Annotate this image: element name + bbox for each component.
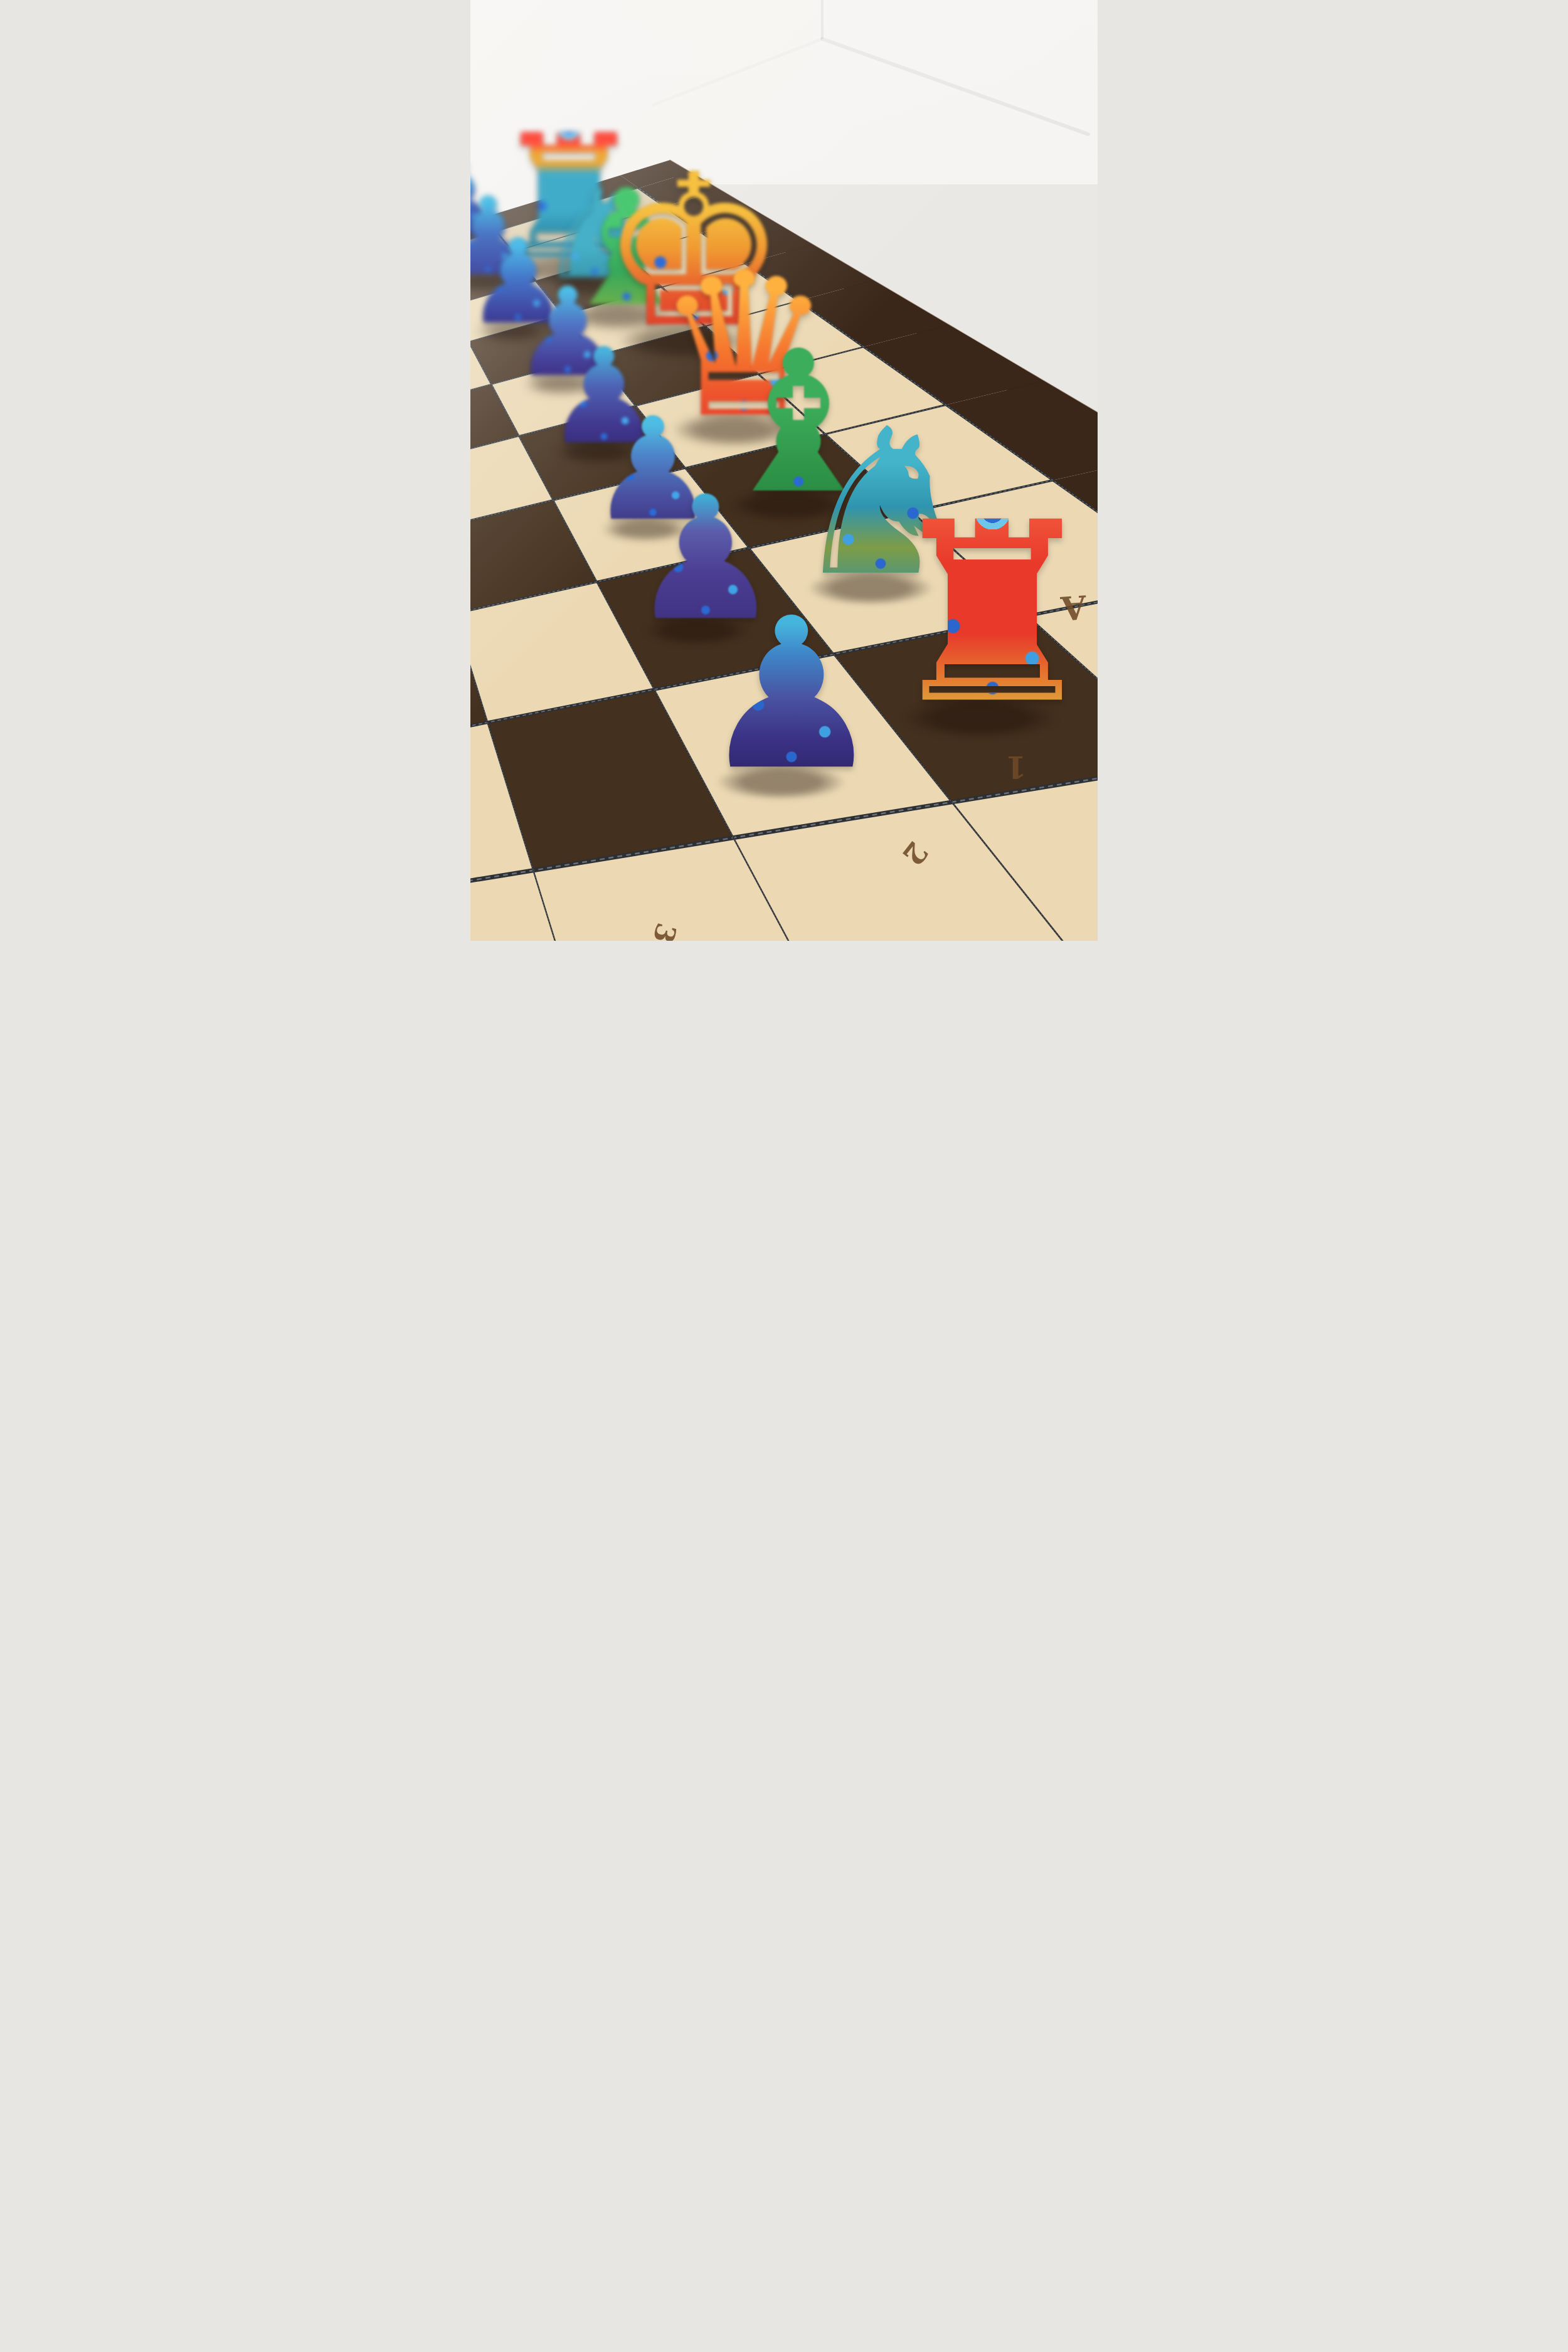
photo-stage: A123 ♟♜♟♞♝♟♚♟♛♟♝♟♞♟♜♟ [470, 0, 1098, 941]
pieces-layer: ♟♜♟♞♝♟♚♟♛♟♝♟♞♟♜♟ [470, 0, 1098, 941]
piece-white-rook-a1[interactable]: ♜ [869, 490, 1098, 738]
piece-white-pawn-a2[interactable]: ♟ [687, 590, 896, 798]
